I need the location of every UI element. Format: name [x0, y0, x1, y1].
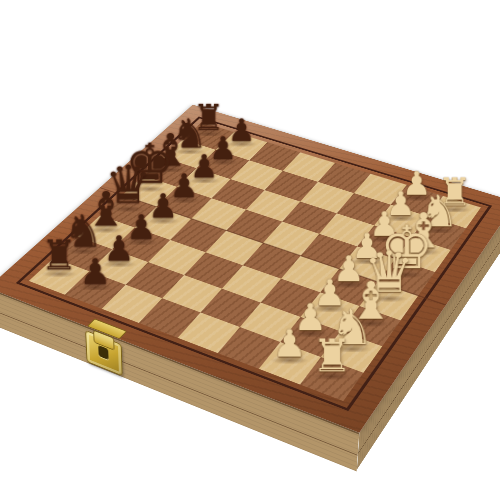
piece-black-pawn-a7: ♟	[71, 213, 119, 288]
chess-set-photo: ♜♞♝♛♚♝♞♜♟♟♟♟♟♟♟♟♟♟♟♟♟♟♟♟♜♞♝♛♚♝♞♜	[0, 0, 500, 500]
chess-board: ♜♞♝♛♚♝♞♜♟♟♟♟♟♟♟♟♟♟♟♟♟♟♟♟♜♞♝♛♚♝♞♜	[0, 105, 500, 433]
piece-white-rook-a1: ♜	[306, 295, 358, 377]
scene: ♜♞♝♛♚♝♞♜♟♟♟♟♟♟♟♟♟♟♟♟♟♟♟♟♜♞♝♛♚♝♞♜	[0, 0, 500, 500]
